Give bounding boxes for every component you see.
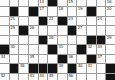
block-cell-r5c5 bbox=[39, 36, 48, 44]
grid-cell-r6c8[interactable] bbox=[68, 45, 77, 53]
grid-cell-r8c3[interactable]: 38 bbox=[19, 64, 28, 73]
grid-cell-r3c4[interactable] bbox=[29, 17, 38, 25]
clue-number: 33 bbox=[97, 45, 102, 49]
grid-cell-r1c11[interactable] bbox=[97, 0, 106, 6]
clue-number: 40 bbox=[78, 64, 83, 68]
grid-cell-r5c2[interactable] bbox=[10, 36, 19, 44]
clue-number: 35 bbox=[30, 55, 35, 59]
crossword-grid: 1415161718192021222324252627282930313233… bbox=[0, 0, 115, 80]
clue-number: 36 bbox=[68, 55, 73, 59]
grid-cell-r7c9[interactable] bbox=[77, 55, 86, 63]
clue-number: 41 bbox=[88, 64, 93, 68]
grid-cell-r3c1[interactable] bbox=[0, 17, 9, 25]
block-cell-r2c10 bbox=[87, 7, 96, 15]
grid-cell-r9c1[interactable]: 42 bbox=[0, 74, 9, 80]
grid-cell-r3c6[interactable]: 22 bbox=[48, 17, 57, 25]
block-cell-r8c4 bbox=[29, 64, 38, 73]
grid-cell-r9c5[interactable]: 44 bbox=[39, 74, 48, 80]
clue-number: 28 bbox=[49, 36, 54, 40]
block-cell-r8c12 bbox=[106, 64, 115, 73]
grid-cell-r8c1[interactable] bbox=[0, 64, 9, 73]
grid-cell-r8c9[interactable]: 40 bbox=[77, 64, 86, 73]
clue-number: 17 bbox=[39, 7, 44, 11]
grid-cell-r1c1[interactable] bbox=[0, 0, 9, 6]
grid-cell-r7c1[interactable]: 34 bbox=[0, 55, 9, 63]
grid-cell-r5c7[interactable] bbox=[58, 36, 67, 44]
grid-cell-r7c3[interactable] bbox=[19, 55, 28, 63]
block-cell-r3c7 bbox=[58, 17, 67, 25]
grid-cell-r2c11[interactable] bbox=[97, 7, 106, 15]
grid-cell-r4c1[interactable] bbox=[0, 26, 9, 34]
clue-number: 24 bbox=[97, 17, 102, 21]
block-cell-r1c6 bbox=[48, 0, 57, 6]
grid-cell-r7c11[interactable]: 37 bbox=[97, 55, 106, 63]
grid-cell-r5c9[interactable] bbox=[77, 36, 86, 44]
clue-number: 18 bbox=[59, 7, 64, 11]
block-cell-r2c2 bbox=[10, 7, 19, 15]
clue-number: 31 bbox=[59, 45, 64, 49]
grid-cell-r1c8[interactable]: 15 bbox=[68, 0, 77, 6]
grid-cell-r9c7[interactable] bbox=[58, 74, 67, 80]
grid-cell-r6c12[interactable] bbox=[106, 45, 115, 53]
grid-cell-r5c8[interactable] bbox=[68, 36, 77, 44]
block-cell-r7c7 bbox=[58, 55, 67, 63]
grid-cell-r7c6[interactable] bbox=[48, 55, 57, 63]
grid-cell-r2c9[interactable]: 19 bbox=[77, 7, 86, 15]
clue-number: 37 bbox=[97, 55, 102, 59]
grid-cell-r1c3[interactable] bbox=[19, 0, 28, 6]
grid-cell-r6c3[interactable] bbox=[19, 45, 28, 53]
block-cell-r3c5 bbox=[39, 17, 48, 25]
clue-number: 15 bbox=[68, 0, 73, 4]
clue-number: 26 bbox=[30, 26, 35, 30]
grid-cell-r9c9[interactable] bbox=[77, 74, 86, 80]
grid-cell-r2c1[interactable] bbox=[0, 7, 9, 15]
grid-cell-r6c11[interactable]: 33 bbox=[97, 45, 106, 53]
grid-cell-r2c6[interactable] bbox=[48, 7, 57, 15]
grid-cell-r4c7[interactable] bbox=[58, 26, 67, 34]
clue-number: 19 bbox=[78, 7, 83, 11]
clue-number: 23 bbox=[68, 17, 73, 21]
grid-cell-r3c12[interactable] bbox=[106, 17, 115, 25]
grid-cell-r9c4[interactable]: 43 bbox=[29, 74, 38, 80]
block-cell-r7c10 bbox=[87, 55, 96, 63]
block-cell-r6c6 bbox=[48, 45, 57, 53]
grid-cell-r6c10[interactable]: 32 bbox=[87, 45, 96, 53]
clue-number: 42 bbox=[1, 74, 6, 78]
grid-cell-r7c8[interactable]: 36 bbox=[68, 55, 77, 63]
clue-number: 30 bbox=[10, 45, 15, 49]
clue-number: 16 bbox=[107, 0, 112, 4]
grid-cell-r9c2[interactable] bbox=[10, 74, 19, 80]
clue-number: 22 bbox=[49, 17, 54, 21]
grid-cell-r2c7[interactable]: 18 bbox=[58, 7, 67, 15]
grid-cell-r9c11[interactable] bbox=[97, 74, 106, 80]
grid-cell-r2c12[interactable]: 20 bbox=[106, 7, 115, 15]
clue-number: 43 bbox=[30, 74, 35, 78]
grid-cell-r3c8[interactable]: 23 bbox=[68, 17, 77, 25]
block-cell-r2c4 bbox=[29, 7, 38, 15]
block-cell-r8c2 bbox=[10, 64, 19, 73]
grid-cell-r4c6[interactable] bbox=[48, 26, 57, 34]
grid-cell-r4c5[interactable] bbox=[39, 26, 48, 34]
clue-number: 32 bbox=[88, 45, 93, 49]
grid-cell-r2c3[interactable] bbox=[19, 7, 28, 15]
grid-cell-r5c1[interactable] bbox=[0, 36, 9, 44]
clue-number: 29 bbox=[107, 36, 112, 40]
block-cell-r8c6 bbox=[48, 64, 57, 73]
grid-cell-r3c9[interactable] bbox=[77, 17, 86, 25]
grid-cell-r4c10[interactable] bbox=[87, 26, 96, 34]
grid-cell-r7c5[interactable] bbox=[39, 55, 48, 63]
grid-cell-r4c2[interactable]: 25 bbox=[10, 26, 19, 34]
block-cell-r6c1 bbox=[0, 45, 9, 53]
grid-cell-r4c9[interactable]: 27 bbox=[77, 26, 86, 34]
grid-cell-r9c6[interactable]: 45 bbox=[48, 74, 57, 80]
grid-cell-r7c4[interactable]: 35 bbox=[29, 55, 38, 63]
grid-cell-r5c12[interactable]: 29 bbox=[106, 36, 115, 44]
clue-number: 25 bbox=[10, 26, 15, 30]
block-cell-r6c9 bbox=[77, 45, 86, 53]
grid-cell-r2c5[interactable]: 17 bbox=[39, 7, 48, 15]
grid-cell-r1c10[interactable] bbox=[87, 0, 96, 6]
block-cell-r4c8 bbox=[68, 26, 77, 34]
grid-cell-r9c8[interactable]: 46 bbox=[68, 74, 77, 80]
block-cell-r8c5 bbox=[39, 64, 48, 73]
clue-number: 44 bbox=[39, 74, 44, 78]
grid-cell-r7c12[interactable] bbox=[106, 55, 115, 63]
grid-cell-r3c2[interactable]: 21 bbox=[10, 17, 19, 25]
grid-cell-r9c10[interactable] bbox=[87, 74, 96, 80]
grid-cell-r8c10[interactable]: 41 bbox=[87, 64, 96, 73]
grid-cell-r6c7[interactable]: 31 bbox=[58, 45, 67, 53]
grid-cell-r5c6[interactable]: 28 bbox=[48, 36, 57, 44]
crossword-screenshot: 1415161718192021222324252627282930313233… bbox=[0, 0, 115, 80]
clue-number: 45 bbox=[49, 74, 54, 78]
grid-cell-r7c2[interactable] bbox=[10, 55, 19, 63]
grid-cell-r1c2[interactable] bbox=[10, 0, 19, 6]
grid-cell-r3c10[interactable] bbox=[87, 17, 96, 25]
block-cell-r5c10 bbox=[87, 36, 96, 44]
clue-number: 27 bbox=[78, 26, 83, 30]
clue-number: 46 bbox=[68, 74, 73, 78]
block-cell-r8c8 bbox=[68, 64, 77, 73]
clue-number: 20 bbox=[107, 7, 112, 11]
grid-cell-r1c4[interactable] bbox=[29, 0, 38, 6]
grid-cell-r5c3[interactable] bbox=[19, 36, 28, 44]
clue-number: 34 bbox=[1, 55, 6, 59]
clue-number: 38 bbox=[20, 64, 25, 68]
grid-cell-r5c4[interactable] bbox=[29, 36, 38, 44]
block-cell-r5c11 bbox=[97, 36, 106, 44]
grid-cell-r3c11[interactable]: 24 bbox=[97, 17, 106, 25]
grid-cell-r8c7[interactable]: 39 bbox=[58, 64, 67, 73]
grid-cell-r9c3[interactable] bbox=[19, 74, 28, 80]
grid-cell-r3c3[interactable] bbox=[19, 17, 28, 25]
grid-cell-r4c12[interactable] bbox=[106, 26, 115, 34]
block-cell-r4c3 bbox=[19, 26, 28, 34]
clue-number: 14 bbox=[39, 0, 44, 4]
grid-cell-r6c2[interactable]: 30 bbox=[10, 45, 19, 53]
grid-cell-r6c4[interactable] bbox=[29, 45, 38, 53]
grid-cell-r6c5[interactable] bbox=[39, 45, 48, 53]
grid-cell-r8c11[interactable] bbox=[97, 64, 106, 73]
grid-cell-r2c8[interactable] bbox=[68, 7, 77, 15]
grid-cell-r4c11[interactable] bbox=[97, 26, 106, 34]
clue-number: 21 bbox=[10, 17, 15, 21]
clue-number: 39 bbox=[59, 64, 64, 68]
grid-cell-r4c4[interactable]: 26 bbox=[29, 26, 38, 34]
block-cell-r9c12 bbox=[106, 74, 115, 80]
